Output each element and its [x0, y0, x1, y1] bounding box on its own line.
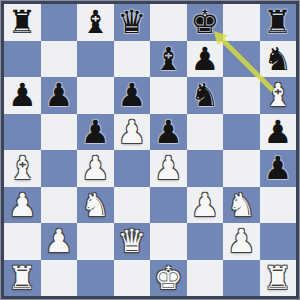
- square-h8[interactable]: ♜: [260, 4, 297, 41]
- square-g5[interactable]: [223, 114, 260, 151]
- square-g8[interactable]: [223, 4, 260, 41]
- square-d3[interactable]: [114, 187, 151, 224]
- piece-black-queen[interactable]: ♛: [117, 4, 146, 41]
- square-f3[interactable]: ♟: [187, 187, 224, 224]
- piece-white-pawn[interactable]: ♟: [8, 187, 37, 224]
- square-h7[interactable]: ♞: [260, 41, 297, 78]
- square-a1[interactable]: ♜: [4, 260, 41, 297]
- piece-white-knight[interactable]: ♞: [81, 187, 110, 224]
- square-g4[interactable]: [223, 150, 260, 187]
- square-h2[interactable]: [260, 223, 297, 260]
- piece-black-rook[interactable]: ♜: [263, 4, 292, 41]
- square-g7[interactable]: [223, 41, 260, 78]
- square-b8[interactable]: [41, 4, 78, 41]
- square-e6[interactable]: [150, 77, 187, 114]
- square-e8[interactable]: [150, 4, 187, 41]
- square-d1[interactable]: [114, 260, 151, 297]
- piece-black-pawn[interactable]: ♟: [8, 77, 37, 114]
- piece-black-bishop[interactable]: ♝: [81, 4, 110, 41]
- piece-white-queen[interactable]: ♛: [117, 223, 146, 260]
- square-c3[interactable]: ♞: [77, 187, 114, 224]
- piece-white-pawn[interactable]: ♟: [190, 187, 219, 224]
- piece-white-pawn[interactable]: ♟: [117, 114, 146, 151]
- square-h1[interactable]: ♜: [260, 260, 297, 297]
- piece-white-bishop[interactable]: ♝: [8, 150, 37, 187]
- square-e3[interactable]: [150, 187, 187, 224]
- square-c8[interactable]: ♝: [77, 4, 114, 41]
- square-f6[interactable]: ♞: [187, 77, 224, 114]
- piece-white-pawn[interactable]: ♟: [227, 223, 256, 260]
- square-d8[interactable]: ♛: [114, 4, 151, 41]
- piece-black-knight[interactable]: ♞: [263, 41, 292, 78]
- square-c1[interactable]: [77, 260, 114, 297]
- piece-black-pawn[interactable]: ♟: [263, 114, 292, 151]
- square-f4[interactable]: [187, 150, 224, 187]
- piece-white-pawn[interactable]: ♟: [154, 150, 183, 187]
- square-e2[interactable]: [150, 223, 187, 260]
- square-f8[interactable]: ♚: [187, 4, 224, 41]
- square-h4[interactable]: ♟: [260, 150, 297, 187]
- piece-black-bishop[interactable]: ♝: [154, 41, 183, 78]
- square-c4[interactable]: ♟: [77, 150, 114, 187]
- piece-white-rook[interactable]: ♜: [8, 260, 37, 297]
- chess-board: ♜♝♛♚♜♝♟♞♟♟♟♞♝♟♟♟♟♝♟♟♟♟♞♟♞♟♛♟♜♚♜: [4, 4, 296, 296]
- piece-black-pawn[interactable]: ♟: [44, 77, 73, 114]
- piece-black-rook[interactable]: ♜: [8, 4, 37, 41]
- square-e1[interactable]: ♚: [150, 260, 187, 297]
- square-a4[interactable]: ♝: [4, 150, 41, 187]
- square-h5[interactable]: ♟: [260, 114, 297, 151]
- square-d4[interactable]: [114, 150, 151, 187]
- square-c2[interactable]: [77, 223, 114, 260]
- square-h3[interactable]: [260, 187, 297, 224]
- square-b3[interactable]: [41, 187, 78, 224]
- square-g1[interactable]: [223, 260, 260, 297]
- square-f2[interactable]: [187, 223, 224, 260]
- square-g3[interactable]: ♞: [223, 187, 260, 224]
- piece-white-rook[interactable]: ♜: [263, 260, 292, 297]
- square-b2[interactable]: ♟: [41, 223, 78, 260]
- piece-black-king[interactable]: ♚: [190, 4, 219, 41]
- square-b4[interactable]: [41, 150, 78, 187]
- square-c5[interactable]: ♟: [77, 114, 114, 151]
- piece-white-pawn[interactable]: ♟: [44, 223, 73, 260]
- square-d2[interactable]: ♛: [114, 223, 151, 260]
- piece-black-pawn[interactable]: ♟: [263, 150, 292, 187]
- square-b6[interactable]: ♟: [41, 77, 78, 114]
- piece-black-pawn[interactable]: ♟: [117, 77, 146, 114]
- square-c7[interactable]: [77, 41, 114, 78]
- square-a6[interactable]: ♟: [4, 77, 41, 114]
- piece-black-pawn[interactable]: ♟: [81, 114, 110, 151]
- square-e4[interactable]: ♟: [150, 150, 187, 187]
- square-h6[interactable]: ♝: [260, 77, 297, 114]
- square-a3[interactable]: ♟: [4, 187, 41, 224]
- square-e5[interactable]: ♟: [150, 114, 187, 151]
- piece-white-bishop[interactable]: ♝: [263, 77, 292, 114]
- piece-black-pawn[interactable]: ♟: [154, 114, 183, 151]
- square-g6[interactable]: [223, 77, 260, 114]
- square-a5[interactable]: [4, 114, 41, 151]
- square-f7[interactable]: ♟: [187, 41, 224, 78]
- square-d7[interactable]: [114, 41, 151, 78]
- square-g2[interactable]: ♟: [223, 223, 260, 260]
- piece-white-pawn[interactable]: ♟: [81, 150, 110, 187]
- square-b1[interactable]: [41, 260, 78, 297]
- square-d6[interactable]: ♟: [114, 77, 151, 114]
- square-a8[interactable]: ♜: [4, 4, 41, 41]
- piece-black-knight[interactable]: ♞: [190, 77, 219, 114]
- square-f5[interactable]: [187, 114, 224, 151]
- square-a2[interactable]: [4, 223, 41, 260]
- square-b5[interactable]: [41, 114, 78, 151]
- square-d5[interactable]: ♟: [114, 114, 151, 151]
- piece-black-pawn[interactable]: ♟: [190, 41, 219, 78]
- square-b7[interactable]: [41, 41, 78, 78]
- piece-white-king[interactable]: ♚: [154, 260, 183, 297]
- square-f1[interactable]: [187, 260, 224, 297]
- square-a7[interactable]: [4, 41, 41, 78]
- square-c6[interactable]: [77, 77, 114, 114]
- square-e7[interactable]: ♝: [150, 41, 187, 78]
- piece-white-knight[interactable]: ♞: [227, 187, 256, 224]
- board-frame: ♜♝♛♚♜♝♟♞♟♟♟♞♝♟♟♟♟♝♟♟♟♟♞♟♞♟♛♟♜♚♜: [0, 0, 300, 300]
